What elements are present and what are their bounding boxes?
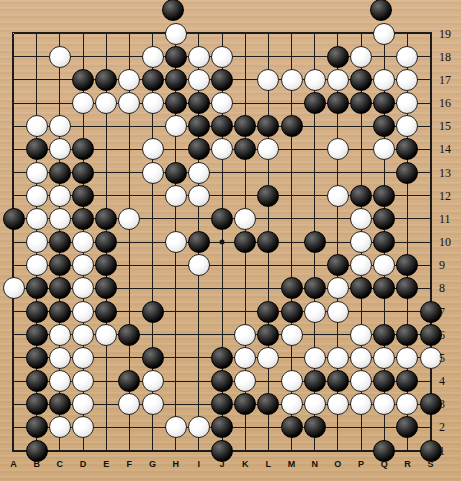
go-game-window: ABCDEFGHIJKLMNOPQRS123456789101112131415… [0, 0, 461, 481]
stone-black[interactable] [257, 301, 279, 323]
stone-white[interactable] [72, 324, 94, 346]
row-label: 15 [439, 119, 461, 134]
stone-white[interactable] [327, 185, 349, 207]
row-label: 10 [439, 235, 461, 250]
stone-black[interactable] [26, 370, 48, 392]
stone-white[interactable] [49, 115, 71, 137]
stone-black[interactable] [142, 347, 164, 369]
stone-white[interactable] [373, 393, 395, 415]
stone-white[interactable] [257, 347, 279, 369]
stone-black[interactable] [165, 69, 187, 91]
stone-black[interactable] [72, 162, 94, 184]
stone-white[interactable] [396, 92, 418, 114]
stone-white[interactable] [304, 69, 326, 91]
stone-white[interactable] [49, 416, 71, 438]
stone-white[interactable] [72, 393, 94, 415]
stone-black[interactable] [350, 277, 372, 299]
stone-white[interactable] [327, 69, 349, 91]
stone-black[interactable] [234, 138, 256, 160]
stone-white[interactable] [304, 393, 326, 415]
row-label: 18 [439, 50, 461, 65]
stone-white[interactable] [281, 393, 303, 415]
stone-black[interactable] [327, 92, 349, 114]
stone-black[interactable] [142, 301, 164, 323]
off-board-stone-black [162, 0, 184, 21]
stone-white[interactable] [211, 46, 233, 68]
column-label: K [235, 459, 255, 469]
row-label: 13 [439, 166, 461, 181]
stone-white[interactable] [165, 23, 187, 45]
stone-white[interactable] [72, 370, 94, 392]
stone-black[interactable] [49, 254, 71, 276]
row-label: 16 [439, 96, 461, 111]
stone-white[interactable] [396, 347, 418, 369]
stone-black[interactable] [396, 370, 418, 392]
stone-black[interactable] [396, 162, 418, 184]
stone-white[interactable] [95, 92, 117, 114]
stone-white[interactable] [142, 46, 164, 68]
stone-black[interactable] [327, 254, 349, 276]
stone-white[interactable] [49, 208, 71, 230]
column-label: I [189, 459, 209, 469]
stone-black[interactable] [257, 185, 279, 207]
stone-black[interactable] [304, 416, 326, 438]
stone-black[interactable] [396, 324, 418, 346]
stone-black[interactable] [373, 277, 395, 299]
stone-black[interactable] [234, 393, 256, 415]
stone-black[interactable] [95, 231, 117, 253]
stone-black[interactable] [211, 347, 233, 369]
row-label: 17 [439, 73, 461, 88]
stone-black[interactable] [72, 138, 94, 160]
stone-black[interactable] [211, 115, 233, 137]
stone-white[interactable] [304, 301, 326, 323]
stone-white[interactable] [188, 254, 210, 276]
stone-black[interactable] [257, 115, 279, 137]
stone-black[interactable] [26, 277, 48, 299]
column-label: C [50, 459, 70, 469]
stone-white[interactable] [257, 69, 279, 91]
stone-black[interactable] [26, 347, 48, 369]
stone-black[interactable] [95, 69, 117, 91]
stone-black[interactable] [304, 92, 326, 114]
stone-black[interactable] [165, 92, 187, 114]
row-label: 2 [439, 420, 461, 435]
row-label: 9 [439, 258, 461, 273]
stone-black[interactable] [165, 162, 187, 184]
stone-white[interactable] [396, 46, 418, 68]
stone-white[interactable] [304, 347, 326, 369]
stone-black[interactable] [26, 324, 48, 346]
stone-white[interactable] [396, 69, 418, 91]
column-label: D [73, 459, 93, 469]
row-label: 19 [439, 27, 461, 42]
column-label: L [258, 459, 278, 469]
column-label: E [96, 459, 116, 469]
stone-black[interactable] [49, 231, 71, 253]
column-label: N [305, 459, 325, 469]
column-label: G [143, 459, 163, 469]
stone-white[interactable] [49, 138, 71, 160]
stone-black[interactable] [281, 115, 303, 137]
column-label: H [166, 459, 186, 469]
stone-white[interactable] [234, 347, 256, 369]
stone-black[interactable] [373, 92, 395, 114]
stone-white[interactable] [373, 23, 395, 45]
stone-white[interactable] [3, 277, 25, 299]
row-label: 12 [439, 189, 461, 204]
stone-white[interactable] [327, 138, 349, 160]
stone-white[interactable] [350, 254, 372, 276]
stone-white[interactable] [49, 324, 71, 346]
stone-white[interactable] [165, 416, 187, 438]
row-label: 8 [439, 281, 461, 296]
stone-black[interactable] [49, 301, 71, 323]
stone-black[interactable] [234, 231, 256, 253]
stone-white[interactable] [234, 370, 256, 392]
stone-black[interactable] [281, 277, 303, 299]
stone-black[interactable] [373, 115, 395, 137]
stone-white[interactable] [350, 46, 372, 68]
stone-white[interactable] [142, 162, 164, 184]
stone-white[interactable] [350, 231, 372, 253]
column-label: A [4, 459, 24, 469]
stone-white[interactable] [350, 324, 372, 346]
stone-white[interactable] [211, 138, 233, 160]
stone-white[interactable] [26, 185, 48, 207]
column-label: J [212, 459, 232, 469]
column-label: Q [374, 459, 394, 469]
star-point [220, 240, 225, 245]
stone-black[interactable] [304, 370, 326, 392]
stone-black[interactable] [373, 208, 395, 230]
stone-black[interactable] [188, 231, 210, 253]
stone-black[interactable] [95, 254, 117, 276]
stone-black[interactable] [281, 301, 303, 323]
stone-black[interactable] [396, 254, 418, 276]
stone-black[interactable] [72, 69, 94, 91]
row-label: 1 [439, 444, 461, 459]
stone-black[interactable] [373, 231, 395, 253]
stone-black[interactable] [350, 69, 372, 91]
stone-white[interactable] [26, 115, 48, 137]
column-label: F [119, 459, 139, 469]
stone-black[interactable] [95, 277, 117, 299]
stone-white[interactable] [327, 277, 349, 299]
stone-black[interactable] [211, 370, 233, 392]
column-label: R [397, 459, 417, 469]
column-label: O [328, 459, 348, 469]
stone-black[interactable] [188, 92, 210, 114]
stone-white[interactable] [142, 92, 164, 114]
stone-black[interactable] [350, 185, 372, 207]
stone-black[interactable] [373, 185, 395, 207]
stone-white[interactable] [188, 416, 210, 438]
stone-white[interactable] [72, 254, 94, 276]
stone-white[interactable] [118, 208, 140, 230]
stone-white[interactable] [257, 138, 279, 160]
stone-white[interactable] [396, 393, 418, 415]
stone-white[interactable] [281, 69, 303, 91]
stone-black[interactable] [304, 231, 326, 253]
stone-black[interactable] [95, 208, 117, 230]
stone-white[interactable] [118, 69, 140, 91]
stone-white[interactable] [165, 231, 187, 253]
stone-white[interactable] [49, 370, 71, 392]
stone-black[interactable] [350, 92, 372, 114]
stone-black[interactable] [211, 393, 233, 415]
stone-white[interactable] [26, 208, 48, 230]
stone-white[interactable] [281, 324, 303, 346]
stone-white[interactable] [188, 162, 210, 184]
stone-white[interactable] [281, 370, 303, 392]
stone-white[interactable] [350, 370, 372, 392]
row-label: 6 [439, 328, 461, 343]
stone-white[interactable] [142, 393, 164, 415]
stone-white[interactable] [72, 277, 94, 299]
stone-black[interactable] [396, 138, 418, 160]
stone-black[interactable] [26, 393, 48, 415]
stone-black[interactable] [281, 416, 303, 438]
stone-black[interactable] [118, 370, 140, 392]
stone-white[interactable] [188, 69, 210, 91]
stone-white[interactable] [72, 301, 94, 323]
stone-white[interactable] [49, 46, 71, 68]
stone-white[interactable] [142, 138, 164, 160]
row-label: 7 [439, 305, 461, 320]
stone-white[interactable] [188, 185, 210, 207]
stone-white[interactable] [373, 138, 395, 160]
stone-white[interactable] [72, 416, 94, 438]
stone-black[interactable] [188, 115, 210, 137]
stone-black[interactable] [49, 277, 71, 299]
stone-white[interactable] [234, 208, 256, 230]
stone-black[interactable] [188, 138, 210, 160]
column-label: P [351, 459, 371, 469]
stone-white[interactable] [142, 370, 164, 392]
stone-white[interactable] [211, 92, 233, 114]
stone-white[interactable] [373, 69, 395, 91]
stone-white[interactable] [234, 324, 256, 346]
stone-white[interactable] [350, 347, 372, 369]
row-label: 14 [439, 142, 461, 157]
stone-black[interactable] [26, 301, 48, 323]
row-label: 4 [439, 374, 461, 389]
stone-black[interactable] [49, 393, 71, 415]
stone-black[interactable] [26, 138, 48, 160]
stone-black[interactable] [72, 185, 94, 207]
stone-white[interactable] [72, 231, 94, 253]
stone-black[interactable] [211, 69, 233, 91]
stone-white[interactable] [373, 347, 395, 369]
stone-white[interactable] [373, 254, 395, 276]
stone-black[interactable] [327, 46, 349, 68]
stone-white[interactable] [350, 208, 372, 230]
stone-black[interactable] [304, 277, 326, 299]
stone-black[interactable] [49, 162, 71, 184]
stone-black[interactable] [211, 416, 233, 438]
stone-black[interactable] [26, 416, 48, 438]
row-label: 5 [439, 351, 461, 366]
stone-white[interactable] [118, 393, 140, 415]
stone-white[interactable] [72, 347, 94, 369]
stone-black[interactable] [95, 301, 117, 323]
stone-black[interactable] [373, 370, 395, 392]
stone-white[interactable] [118, 92, 140, 114]
stone-white[interactable] [327, 393, 349, 415]
column-label: S [421, 459, 441, 469]
stone-white[interactable] [165, 185, 187, 207]
stone-black[interactable] [396, 277, 418, 299]
stone-black[interactable] [396, 416, 418, 438]
off-board-stone-black [370, 0, 392, 21]
stone-white[interactable] [72, 92, 94, 114]
stone-white[interactable] [327, 301, 349, 323]
stone-black[interactable] [118, 324, 140, 346]
stone-black[interactable] [234, 115, 256, 137]
stone-white[interactable] [26, 231, 48, 253]
row-label: 3 [439, 397, 461, 412]
stone-white[interactable] [350, 393, 372, 415]
stone-black[interactable] [211, 208, 233, 230]
stone-white[interactable] [26, 162, 48, 184]
stone-white[interactable] [165, 115, 187, 137]
stone-white[interactable] [396, 115, 418, 137]
stone-white[interactable] [49, 347, 71, 369]
row-label: 11 [439, 212, 461, 227]
stone-black[interactable] [3, 208, 25, 230]
stone-black[interactable] [165, 46, 187, 68]
stone-black[interactable] [327, 370, 349, 392]
stone-black[interactable] [257, 393, 279, 415]
stone-black[interactable] [373, 324, 395, 346]
stone-white[interactable] [49, 185, 71, 207]
stone-black[interactable] [257, 231, 279, 253]
stone-white[interactable] [95, 324, 117, 346]
stone-white[interactable] [188, 46, 210, 68]
stone-black[interactable] [142, 69, 164, 91]
column-label: M [282, 459, 302, 469]
stone-white[interactable] [26, 254, 48, 276]
stone-black[interactable] [257, 324, 279, 346]
stone-white[interactable] [327, 347, 349, 369]
stone-black[interactable] [72, 208, 94, 230]
column-label: B [27, 459, 47, 469]
